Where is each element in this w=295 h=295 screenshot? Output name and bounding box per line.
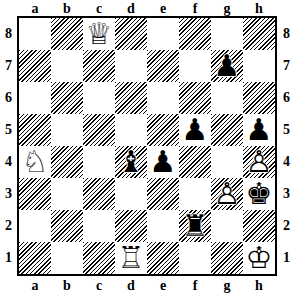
square-g2[interactable] [211,210,243,242]
square-h3[interactable]: ♚♚ [243,178,275,210]
square-h2[interactable] [243,210,275,242]
file-label-g: g [211,277,243,295]
piece-fill: ♛ [83,18,115,50]
rank-label-1: 1 [0,242,17,274]
piece-fill: ♜ [179,210,211,242]
rank-label-6: 6 [0,82,17,114]
piece-glyph: ♟ [179,114,211,146]
file-label-b: b [51,277,83,295]
file-label-f: f [179,0,211,17]
square-e6[interactable] [147,82,179,114]
piece-black-pawn[interactable]: ♟♟ [147,146,179,178]
square-b6[interactable] [51,82,83,114]
piece-fill: ♝ [115,146,147,178]
file-label-e: e [147,277,179,295]
piece-glyph: ♟ [211,50,243,82]
piece-white-queen[interactable]: ♛♕ [83,18,115,50]
piece-fill: ♜ [115,242,147,274]
square-a7[interactable] [19,50,51,82]
square-d6[interactable] [115,82,147,114]
square-h8[interactable] [243,18,275,50]
rank-label-3: 3 [0,178,17,210]
square-e4[interactable]: ♟♟ [147,146,179,178]
rank-label-6: 6 [278,82,295,114]
rank-label-2: 2 [0,210,17,242]
square-d2[interactable] [115,210,147,242]
piece-white-pawn[interactable]: ♟♙ [243,146,275,178]
chess-board: ♛♕♟♟♟♟♟♟♞♘♝♝♟♟♟♙♟♙♚♚♜♜♜♖♚♔ [17,16,277,276]
piece-black-bishop[interactable]: ♝♝ [115,146,147,178]
piece-black-pawn[interactable]: ♟♟ [211,50,243,82]
square-a1[interactable] [19,242,51,274]
square-c5[interactable] [83,114,115,146]
file-labels-top: abcdefgh [19,0,275,16]
piece-black-king[interactable]: ♚♚ [243,178,275,210]
square-g1[interactable] [211,242,243,274]
rank-label-3: 3 [278,178,295,210]
square-f1[interactable] [179,242,211,274]
square-f8[interactable] [179,18,211,50]
square-c6[interactable] [83,82,115,114]
square-a6[interactable] [19,82,51,114]
rank-label-5: 5 [278,114,295,146]
square-h6[interactable] [243,82,275,114]
square-e5[interactable] [147,114,179,146]
square-g3[interactable]: ♟♙ [211,178,243,210]
file-label-e: e [147,0,179,17]
square-b1[interactable] [51,242,83,274]
piece-fill: ♟ [179,114,211,146]
piece-glyph: ♖ [115,242,147,274]
square-d4[interactable]: ♝♝ [115,146,147,178]
file-label-a: a [19,277,51,295]
piece-white-pawn[interactable]: ♟♙ [211,178,243,210]
file-label-g: g [211,0,243,17]
rank-label-2: 2 [278,210,295,242]
square-a3[interactable] [19,178,51,210]
square-f3[interactable] [179,178,211,210]
square-a4[interactable]: ♞♘ [19,146,51,178]
square-f2[interactable]: ♜♜ [179,210,211,242]
square-f6[interactable] [179,82,211,114]
rank-label-8: 8 [0,18,17,50]
square-e2[interactable] [147,210,179,242]
square-a5[interactable] [19,114,51,146]
square-e7[interactable] [147,50,179,82]
square-d5[interactable] [115,114,147,146]
square-d3[interactable] [115,178,147,210]
square-e3[interactable] [147,178,179,210]
square-c8[interactable]: ♛♕ [83,18,115,50]
square-b8[interactable] [51,18,83,50]
piece-black-rook[interactable]: ♜♜ [179,210,211,242]
square-b7[interactable] [51,50,83,82]
piece-fill: ♟ [243,114,275,146]
square-b5[interactable] [51,114,83,146]
rank-labels-left: 87654321 [0,18,17,274]
rank-label-1: 1 [278,242,295,274]
file-label-h: h [243,0,275,17]
piece-fill: ♟ [211,50,243,82]
square-h4[interactable]: ♟♙ [243,146,275,178]
piece-white-knight[interactable]: ♞♘ [19,146,51,178]
square-f5[interactable]: ♟♟ [179,114,211,146]
square-h5[interactable]: ♟♟ [243,114,275,146]
piece-fill: ♞ [19,146,51,178]
piece-glyph: ♙ [211,178,243,210]
piece-glyph: ♜ [179,210,211,242]
square-e8[interactable] [147,18,179,50]
file-label-d: d [115,277,147,295]
rank-label-4: 4 [0,146,17,178]
piece-black-pawn[interactable]: ♟♟ [179,114,211,146]
square-e1[interactable] [147,242,179,274]
square-g8[interactable] [211,18,243,50]
square-g4[interactable] [211,146,243,178]
piece-glyph: ♙ [243,146,275,178]
file-label-f: f [179,277,211,295]
square-b3[interactable] [51,178,83,210]
file-label-a: a [19,0,51,17]
square-b4[interactable] [51,146,83,178]
square-c3[interactable] [83,178,115,210]
square-d7[interactable] [115,50,147,82]
file-label-c: c [83,0,115,17]
piece-glyph: ♘ [19,146,51,178]
square-g7[interactable]: ♟♟ [211,50,243,82]
file-label-h: h [243,277,275,295]
piece-fill: ♚ [243,178,275,210]
piece-fill: ♟ [147,146,179,178]
square-d8[interactable] [115,18,147,50]
square-d1[interactable]: ♜♖ [115,242,147,274]
rank-label-4: 4 [278,146,295,178]
chess-diagram: abcdefgh 87654321 ♛♕♟♟♟♟♟♟♞♘♝♝♟♟♟♙♟♙♚♚♜♜… [0,0,295,295]
file-label-d: d [115,0,147,17]
piece-glyph: ♟ [243,114,275,146]
square-g6[interactable] [211,82,243,114]
square-b2[interactable] [51,210,83,242]
square-h1[interactable]: ♚♔ [243,242,275,274]
file-labels-bottom: abcdefgh [19,277,275,295]
piece-glyph: ♚ [243,178,275,210]
piece-fill: ♟ [211,178,243,210]
rank-label-7: 7 [278,50,295,82]
piece-glyph: ♔ [243,242,275,274]
square-c1[interactable] [83,242,115,274]
piece-glyph: ♕ [83,18,115,50]
file-label-b: b [51,0,83,17]
piece-white-rook[interactable]: ♜♖ [115,242,147,274]
square-g5[interactable] [211,114,243,146]
square-c7[interactable] [83,50,115,82]
square-c2[interactable] [83,210,115,242]
piece-black-pawn[interactable]: ♟♟ [243,114,275,146]
square-f4[interactable] [179,146,211,178]
file-label-c: c [83,277,115,295]
square-c4[interactable] [83,146,115,178]
piece-white-king[interactable]: ♚♔ [243,242,275,274]
square-a2[interactable] [19,210,51,242]
piece-fill: ♚ [243,242,275,274]
rank-label-8: 8 [278,18,295,50]
square-f7[interactable] [179,50,211,82]
piece-glyph: ♟ [147,146,179,178]
rank-label-7: 7 [0,50,17,82]
rank-label-5: 5 [0,114,17,146]
piece-glyph: ♝ [115,146,147,178]
square-a8[interactable] [19,18,51,50]
piece-fill: ♟ [243,146,275,178]
rank-labels-right: 87654321 [278,18,295,274]
square-h7[interactable] [243,50,275,82]
